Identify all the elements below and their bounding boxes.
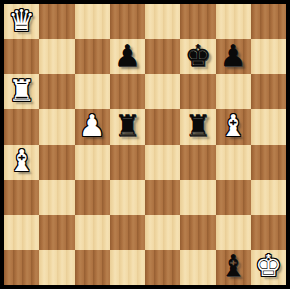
square-h7[interactable] bbox=[251, 39, 286, 74]
piece-white-queen: ♛ bbox=[8, 6, 35, 36]
square-g4[interactable] bbox=[216, 145, 251, 180]
square-c2[interactable] bbox=[75, 215, 110, 250]
square-f4[interactable] bbox=[180, 145, 215, 180]
square-c8[interactable] bbox=[75, 4, 110, 39]
piece-black-rook: ♜ bbox=[184, 111, 211, 141]
piece-white-pawn: ♟ bbox=[79, 111, 106, 141]
square-b1[interactable] bbox=[39, 250, 74, 285]
square-d6[interactable] bbox=[110, 74, 145, 109]
square-d2[interactable] bbox=[110, 215, 145, 250]
square-d3[interactable] bbox=[110, 180, 145, 215]
piece-black-pawn: ♟ bbox=[114, 41, 141, 71]
square-a7[interactable] bbox=[4, 39, 39, 74]
square-c5[interactable]: ♟ bbox=[75, 109, 110, 144]
square-e8[interactable] bbox=[145, 4, 180, 39]
square-f8[interactable] bbox=[180, 4, 215, 39]
square-f6[interactable] bbox=[180, 74, 215, 109]
square-b8[interactable] bbox=[39, 4, 74, 39]
square-c6[interactable] bbox=[75, 74, 110, 109]
square-h1[interactable]: ♚ bbox=[251, 250, 286, 285]
square-b2[interactable] bbox=[39, 215, 74, 250]
square-e7[interactable] bbox=[145, 39, 180, 74]
square-e2[interactable] bbox=[145, 215, 180, 250]
square-e1[interactable] bbox=[145, 250, 180, 285]
square-b3[interactable] bbox=[39, 180, 74, 215]
square-g8[interactable] bbox=[216, 4, 251, 39]
piece-white-rook: ♜ bbox=[8, 76, 35, 106]
square-g5[interactable]: ♝ bbox=[216, 109, 251, 144]
square-b4[interactable] bbox=[39, 145, 74, 180]
square-d4[interactable] bbox=[110, 145, 145, 180]
square-d7[interactable]: ♟ bbox=[110, 39, 145, 74]
square-d5[interactable]: ♜ bbox=[110, 109, 145, 144]
piece-white-king: ♚ bbox=[255, 251, 282, 281]
square-e4[interactable] bbox=[145, 145, 180, 180]
square-g7[interactable]: ♟ bbox=[216, 39, 251, 74]
square-g2[interactable] bbox=[216, 215, 251, 250]
piece-black-rook: ♜ bbox=[114, 111, 141, 141]
square-b7[interactable] bbox=[39, 39, 74, 74]
board-border: ♛♟♚♟♜♟♜♜♝♝♝♚ bbox=[0, 0, 290, 289]
square-f3[interactable] bbox=[180, 180, 215, 215]
square-a3[interactable] bbox=[4, 180, 39, 215]
square-c3[interactable] bbox=[75, 180, 110, 215]
square-a8[interactable]: ♛ bbox=[4, 4, 39, 39]
square-e5[interactable] bbox=[145, 109, 180, 144]
square-a1[interactable] bbox=[4, 250, 39, 285]
square-g3[interactable] bbox=[216, 180, 251, 215]
square-h5[interactable] bbox=[251, 109, 286, 144]
square-f5[interactable]: ♜ bbox=[180, 109, 215, 144]
square-d8[interactable] bbox=[110, 4, 145, 39]
square-h3[interactable] bbox=[251, 180, 286, 215]
square-a5[interactable] bbox=[4, 109, 39, 144]
piece-black-king: ♚ bbox=[184, 41, 211, 71]
square-e3[interactable] bbox=[145, 180, 180, 215]
square-b5[interactable] bbox=[39, 109, 74, 144]
square-f1[interactable] bbox=[180, 250, 215, 285]
square-a2[interactable] bbox=[4, 215, 39, 250]
square-f7[interactable]: ♚ bbox=[180, 39, 215, 74]
piece-white-bishop: ♝ bbox=[220, 111, 247, 141]
square-g1[interactable]: ♝ bbox=[216, 250, 251, 285]
piece-white-bishop: ♝ bbox=[8, 146, 35, 176]
square-h6[interactable] bbox=[251, 74, 286, 109]
chess-board: ♛♟♚♟♜♟♜♜♝♝♝♚ bbox=[4, 4, 286, 285]
square-c1[interactable] bbox=[75, 250, 110, 285]
square-b6[interactable] bbox=[39, 74, 74, 109]
square-c7[interactable] bbox=[75, 39, 110, 74]
square-a4[interactable]: ♝ bbox=[4, 145, 39, 180]
square-g6[interactable] bbox=[216, 74, 251, 109]
square-h4[interactable] bbox=[251, 145, 286, 180]
square-c4[interactable] bbox=[75, 145, 110, 180]
square-d1[interactable] bbox=[110, 250, 145, 285]
square-f2[interactable] bbox=[180, 215, 215, 250]
square-h8[interactable] bbox=[251, 4, 286, 39]
square-e6[interactable] bbox=[145, 74, 180, 109]
piece-black-pawn: ♟ bbox=[220, 41, 247, 71]
piece-black-bishop: ♝ bbox=[220, 251, 247, 281]
chess-diagram: ♛♟♚♟♜♟♜♜♝♝♝♚ bbox=[0, 0, 290, 289]
square-a6[interactable]: ♜ bbox=[4, 74, 39, 109]
square-h2[interactable] bbox=[251, 215, 286, 250]
